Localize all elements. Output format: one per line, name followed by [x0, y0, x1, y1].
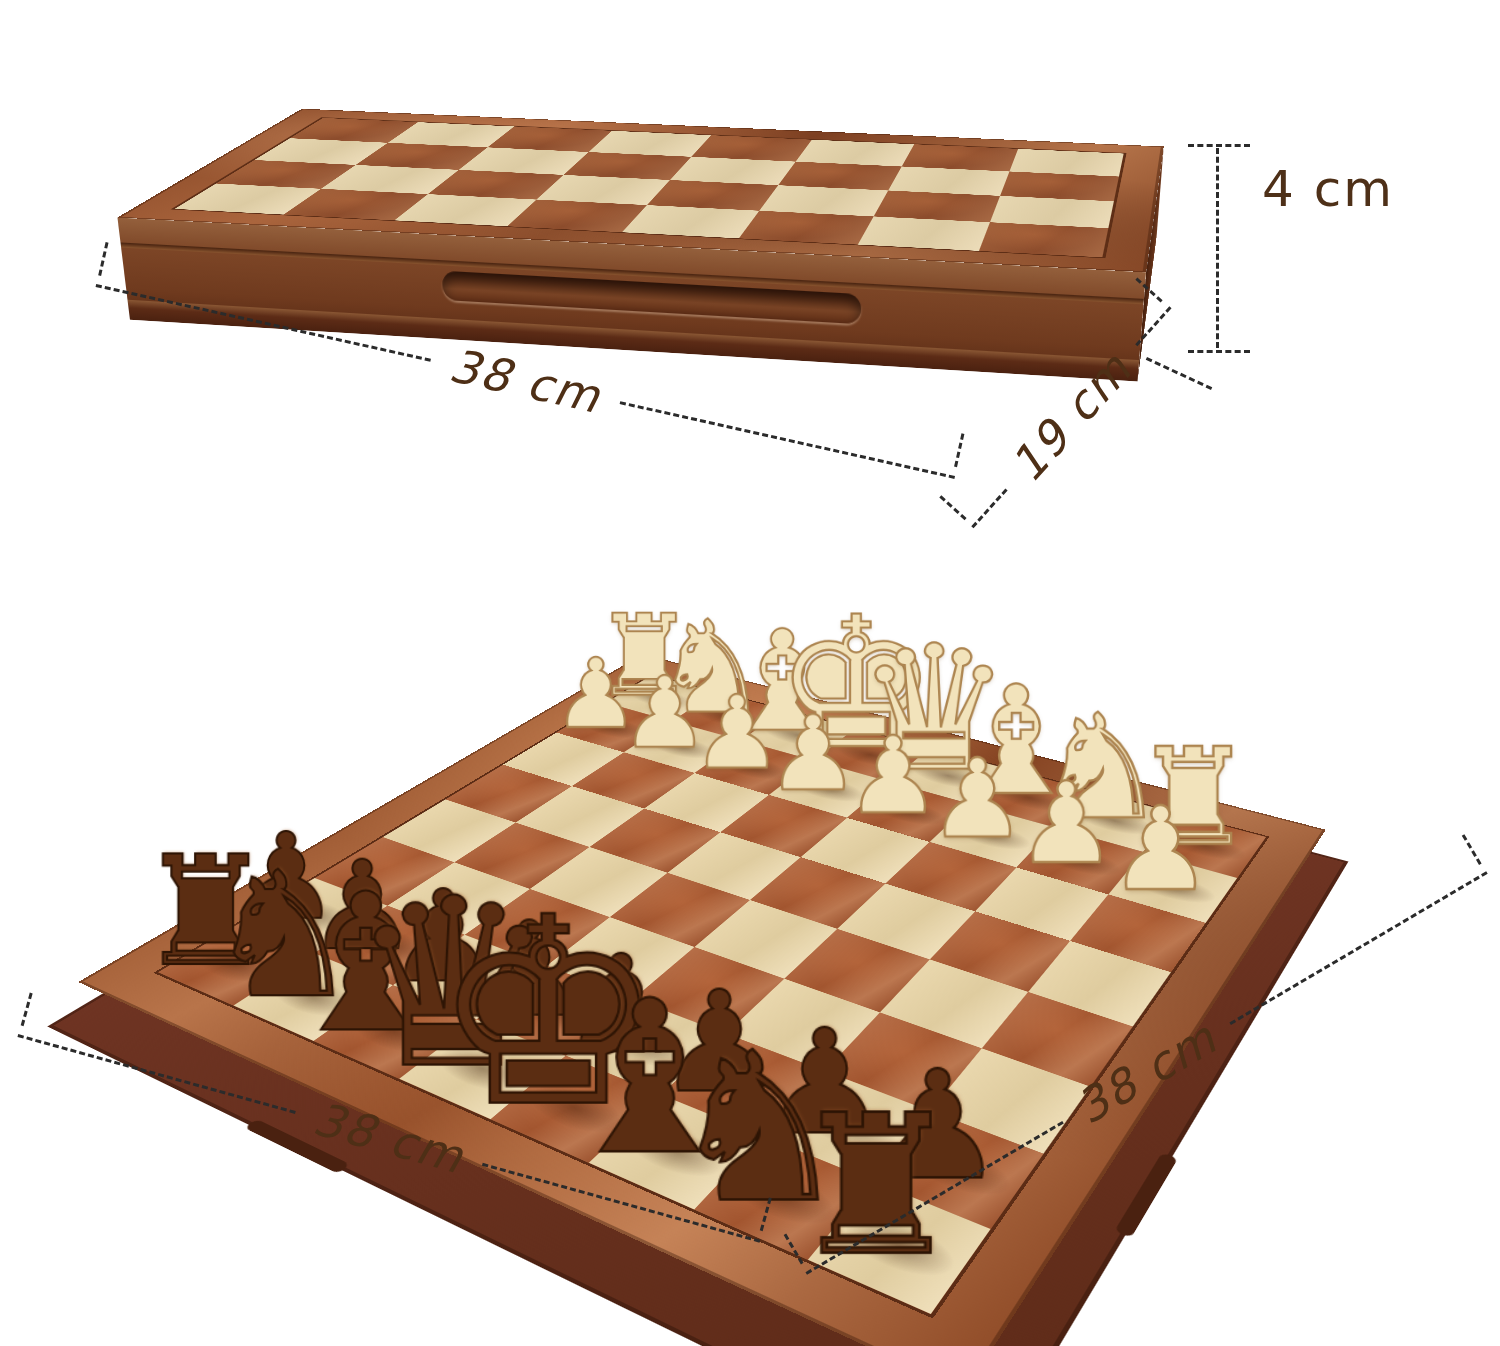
finger-notch: [244, 1119, 351, 1174]
white-pawn-piece: ♟: [1109, 797, 1212, 903]
white-pawn-piece: ♟: [845, 727, 940, 825]
open-board-view: ♜♞♝♚♛♝♞♜♟♟♟♟♟♟♟♟♟♟♟♟♟♟♟♟♜♞♝♛♚♝♞♜: [0, 0, 1500, 1346]
chessboard: ♜♞♝♚♛♝♞♜♟♟♟♟♟♟♟♟♟♟♟♟♟♟♟♟♜♞♝♛♚♝♞♜: [78, 654, 1326, 1346]
white-pawn-piece: ♟: [1016, 772, 1117, 875]
finger-notch: [1114, 1152, 1178, 1238]
square: [1070, 894, 1205, 972]
product-image: ♜♞♝♚♛♝♞♜♟♟♟♟♟♟♟♟♟♟♟♟♟♟♟♟♜♞♝♛♚♝♞♜ 4 cm 38…: [0, 0, 1500, 1346]
white-pawn-piece: ♟: [928, 749, 1026, 849]
board-border: ♜♞♝♚♛♝♞♜♟♟♟♟♟♟♟♟♟♟♟♟♟♟♟♟♜♞♝♛♚♝♞♜: [78, 654, 1326, 1346]
black-rook-piece: ♜: [789, 1098, 962, 1276]
